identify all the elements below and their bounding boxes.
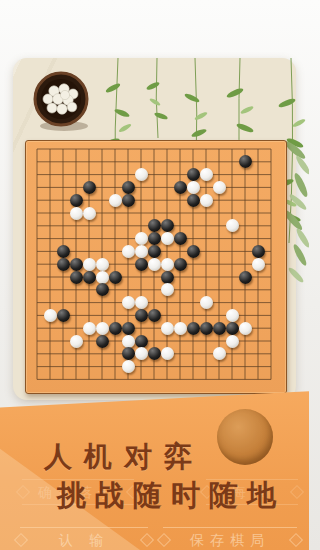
black-stone: [174, 232, 187, 245]
black-stone: [174, 258, 187, 271]
black-stone: [57, 309, 70, 322]
white-stone: [161, 232, 174, 245]
white-stone: [96, 322, 109, 335]
black-stone: [187, 168, 200, 181]
black-stone: [83, 181, 96, 194]
black-stone: [239, 155, 252, 168]
white-stone: [44, 309, 57, 322]
black-stone: [135, 258, 148, 271]
black-stone: [122, 347, 135, 360]
black-stone: [57, 258, 70, 271]
black-stone: [148, 245, 161, 258]
black-stone: [187, 245, 200, 258]
black-stone: [187, 322, 200, 335]
go-board[interactable]: [25, 140, 287, 394]
black-stone: [174, 181, 187, 194]
white-stone: [174, 322, 187, 335]
black-stone: [200, 322, 213, 335]
white-stone: [135, 245, 148, 258]
white-stone: [239, 322, 252, 335]
white-stone: [135, 232, 148, 245]
black-stone: [70, 258, 83, 271]
go-stone-decoration: [217, 409, 273, 465]
white-stone: [83, 322, 96, 335]
white-stone: [70, 335, 83, 348]
white-stone: [200, 194, 213, 207]
bowl-of-white-stones: [32, 70, 92, 132]
black-stone: [239, 271, 252, 284]
black-stone: [161, 219, 174, 232]
black-stone: [122, 181, 135, 194]
black-stone: [252, 245, 265, 258]
white-stone: [70, 207, 83, 220]
white-stone: [122, 360, 135, 373]
white-stone: [122, 245, 135, 258]
black-stone: [70, 271, 83, 284]
white-stone: [161, 322, 174, 335]
white-stone: [161, 347, 174, 360]
promo-headline: 人机对弈: [44, 441, 204, 473]
black-stone: [148, 219, 161, 232]
white-stone: [226, 309, 239, 322]
black-stone: [148, 232, 161, 245]
black-stone: [148, 309, 161, 322]
white-stone: [187, 181, 200, 194]
black-stone: [57, 245, 70, 258]
white-stone: [122, 296, 135, 309]
black-stone: [83, 271, 96, 284]
white-stone: [135, 296, 148, 309]
white-stone: [200, 296, 213, 309]
white-stone: [226, 335, 239, 348]
resign-button[interactable]: 认 输: [20, 527, 148, 550]
black-stone: [135, 335, 148, 348]
white-stone: [161, 258, 174, 271]
black-stone: [122, 322, 135, 335]
white-stone: [200, 168, 213, 181]
black-stone: [96, 335, 109, 348]
black-stone: [187, 194, 200, 207]
white-stone: [83, 258, 96, 271]
white-stone: [161, 283, 174, 296]
black-stone: [96, 283, 109, 296]
black-stone: [109, 271, 122, 284]
black-stone: [213, 322, 226, 335]
save-game-button[interactable]: 保存棋局: [163, 527, 297, 550]
white-stone: [109, 194, 122, 207]
black-stone: [135, 309, 148, 322]
black-stone: [226, 322, 239, 335]
white-stone: [135, 347, 148, 360]
white-stone: [83, 207, 96, 220]
black-stone: [109, 322, 122, 335]
white-stone: [96, 271, 109, 284]
white-stone: [213, 347, 226, 360]
white-stone: [226, 219, 239, 232]
white-stone: [96, 258, 109, 271]
black-stone: [70, 194, 83, 207]
white-stone: [148, 258, 161, 271]
white-stone: [252, 258, 265, 271]
black-stone: [161, 271, 174, 284]
promo-subheadline: 挑战随时随地: [57, 478, 285, 512]
white-stone: [122, 335, 135, 348]
black-stone: [148, 347, 161, 360]
black-stone: [122, 194, 135, 207]
white-stone: [213, 181, 226, 194]
white-stone: [135, 168, 148, 181]
